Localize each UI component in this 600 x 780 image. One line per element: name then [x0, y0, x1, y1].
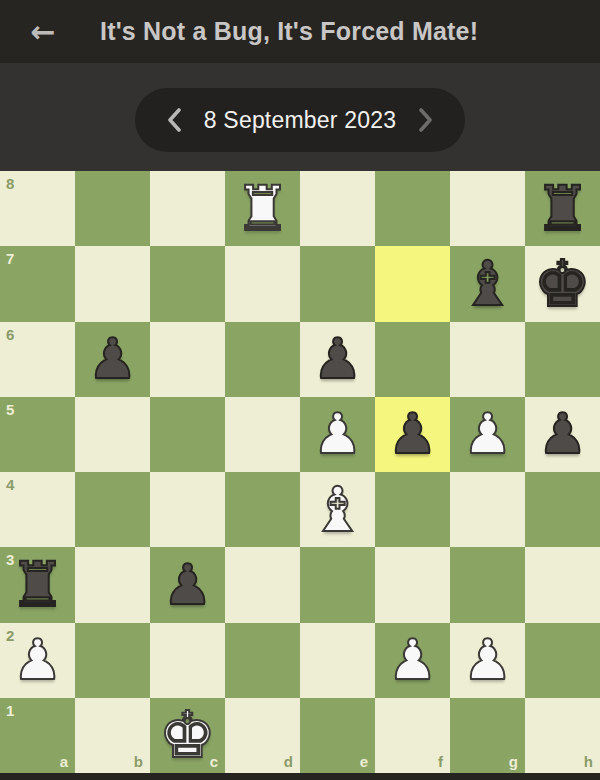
- black-bishop-g7: ♝: [450, 246, 525, 321]
- rank-label-7: 7: [6, 251, 14, 266]
- square-c4[interactable]: [150, 472, 225, 547]
- rank-label-6: 6: [6, 327, 14, 342]
- square-g7[interactable]: ♝: [450, 246, 525, 321]
- prev-day-chevron-left-icon[interactable]: [163, 107, 185, 133]
- square-c3[interactable]: ♟: [150, 547, 225, 622]
- screen-bottom-bar: [0, 773, 600, 780]
- square-a8[interactable]: 8: [0, 171, 75, 246]
- white-pawn-g2: ♟: [450, 623, 525, 698]
- square-f7[interactable]: [375, 246, 450, 321]
- app-header: ← It's Not a Bug, It's Forced Mate!: [0, 0, 600, 63]
- square-c7[interactable]: [150, 246, 225, 321]
- file-label-b: b: [134, 754, 143, 769]
- file-label-e: e: [360, 754, 368, 769]
- square-h7[interactable]: ♚: [525, 246, 600, 321]
- square-h8[interactable]: ♜: [525, 171, 600, 246]
- square-e2[interactable]: [300, 623, 375, 698]
- white-pawn-e5: ♟: [300, 397, 375, 472]
- square-b2[interactable]: [75, 623, 150, 698]
- square-d3[interactable]: [225, 547, 300, 622]
- file-label-c: c: [210, 754, 218, 769]
- square-d6[interactable]: [225, 322, 300, 397]
- square-d4[interactable]: [225, 472, 300, 547]
- square-e8[interactable]: [300, 171, 375, 246]
- square-f8[interactable]: [375, 171, 450, 246]
- rank-label-4: 4: [6, 477, 14, 492]
- rank-label-5: 5: [6, 402, 14, 417]
- square-b6[interactable]: ♟: [75, 322, 150, 397]
- square-c1[interactable]: c♚: [150, 698, 225, 773]
- square-b5[interactable]: [75, 397, 150, 472]
- square-d7[interactable]: [225, 246, 300, 321]
- square-d5[interactable]: [225, 397, 300, 472]
- square-c5[interactable]: [150, 397, 225, 472]
- square-e6[interactable]: ♟: [300, 322, 375, 397]
- date-label: 8 September 2023: [204, 107, 396, 134]
- square-e4[interactable]: ♝: [300, 472, 375, 547]
- chess-board: 8♜♜7♝♚6♟♟5♟♟♟♟4♝3♜♟2♟♟♟1abc♚defgh: [0, 171, 600, 773]
- rank-label-2: 2: [6, 628, 14, 643]
- square-h1[interactable]: h: [525, 698, 600, 773]
- date-nav-section: 8 September 2023: [0, 63, 600, 171]
- square-g6[interactable]: [450, 322, 525, 397]
- square-b1[interactable]: b: [75, 698, 150, 773]
- file-label-a: a: [60, 754, 68, 769]
- square-f2[interactable]: ♟: [375, 623, 450, 698]
- square-d8[interactable]: ♜: [225, 171, 300, 246]
- square-b4[interactable]: [75, 472, 150, 547]
- black-pawn-f5: ♟: [375, 397, 450, 472]
- square-e7[interactable]: [300, 246, 375, 321]
- square-g1[interactable]: g: [450, 698, 525, 773]
- file-label-h: h: [584, 754, 593, 769]
- white-pawn-f2: ♟: [375, 623, 450, 698]
- page-title: It's Not a Bug, It's Forced Mate!: [100, 17, 478, 46]
- white-rook-d8: ♜: [225, 171, 300, 246]
- black-rook-h8: ♜: [525, 171, 600, 246]
- square-b8[interactable]: [75, 171, 150, 246]
- square-a6[interactable]: 6: [0, 322, 75, 397]
- rank-label-3: 3: [6, 552, 14, 567]
- file-label-d: d: [284, 754, 293, 769]
- square-c6[interactable]: [150, 322, 225, 397]
- square-a2[interactable]: 2♟: [0, 623, 75, 698]
- square-e5[interactable]: ♟: [300, 397, 375, 472]
- rank-label-8: 8: [6, 176, 14, 191]
- square-f1[interactable]: f: [375, 698, 450, 773]
- square-a3[interactable]: 3♜: [0, 547, 75, 622]
- next-day-chevron-right-icon[interactable]: [415, 107, 437, 133]
- square-g4[interactable]: [450, 472, 525, 547]
- square-d1[interactable]: d: [225, 698, 300, 773]
- square-e1[interactable]: e: [300, 698, 375, 773]
- file-label-f: f: [438, 754, 443, 769]
- square-c2[interactable]: [150, 623, 225, 698]
- square-g2[interactable]: ♟: [450, 623, 525, 698]
- square-h5[interactable]: ♟: [525, 397, 600, 472]
- square-f4[interactable]: [375, 472, 450, 547]
- square-f5[interactable]: ♟: [375, 397, 450, 472]
- black-pawn-h5: ♟: [525, 397, 600, 472]
- square-d2[interactable]: [225, 623, 300, 698]
- black-king-h7: ♚: [525, 246, 600, 321]
- square-e3[interactable]: [300, 547, 375, 622]
- back-arrow-icon[interactable]: ←: [26, 15, 60, 49]
- square-b3[interactable]: [75, 547, 150, 622]
- square-g5[interactable]: ♟: [450, 397, 525, 472]
- rank-label-1: 1: [6, 703, 14, 718]
- square-f3[interactable]: [375, 547, 450, 622]
- square-b7[interactable]: [75, 246, 150, 321]
- square-a4[interactable]: 4: [0, 472, 75, 547]
- square-h6[interactable]: [525, 322, 600, 397]
- square-g3[interactable]: [450, 547, 525, 622]
- black-pawn-c3: ♟: [150, 547, 225, 622]
- date-selector: 8 September 2023: [135, 88, 465, 152]
- square-h2[interactable]: [525, 623, 600, 698]
- square-h4[interactable]: [525, 472, 600, 547]
- black-pawn-b6: ♟: [75, 322, 150, 397]
- white-pawn-g5: ♟: [450, 397, 525, 472]
- square-a7[interactable]: 7: [0, 246, 75, 321]
- file-label-g: g: [509, 754, 518, 769]
- square-g8[interactable]: [450, 171, 525, 246]
- square-c8[interactable]: [150, 171, 225, 246]
- square-f6[interactable]: [375, 322, 450, 397]
- square-a1[interactable]: 1a: [0, 698, 75, 773]
- square-h3[interactable]: [525, 547, 600, 622]
- white-bishop-e4: ♝: [300, 472, 375, 547]
- black-pawn-e6: ♟: [300, 322, 375, 397]
- square-a5[interactable]: 5: [0, 397, 75, 472]
